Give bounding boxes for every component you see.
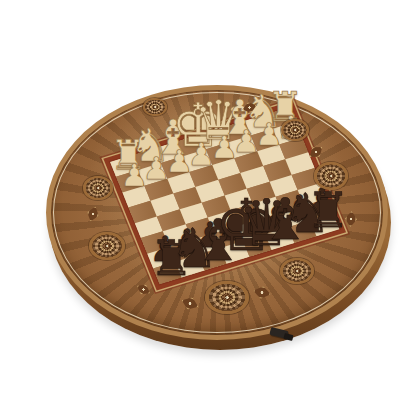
rosette-carving	[83, 176, 113, 200]
rosette-carving	[143, 98, 167, 116]
rosette-carving	[281, 119, 309, 141]
square-a8[interactable]: ♜	[310, 214, 339, 236]
rosette-carving	[89, 232, 125, 260]
rosette-carving	[314, 162, 348, 190]
rosette-carving	[280, 258, 314, 284]
piece-black-rook[interactable]: ♜	[305, 186, 352, 234]
chess-set-photo: ♜♞♝♚♛♝♞♜♟♟♟♟♟♟♟♟♟♟♟♟♟♟♟♟♜♞♝♚♛♝♞♜	[0, 0, 400, 400]
rosette-carving	[205, 281, 249, 314]
